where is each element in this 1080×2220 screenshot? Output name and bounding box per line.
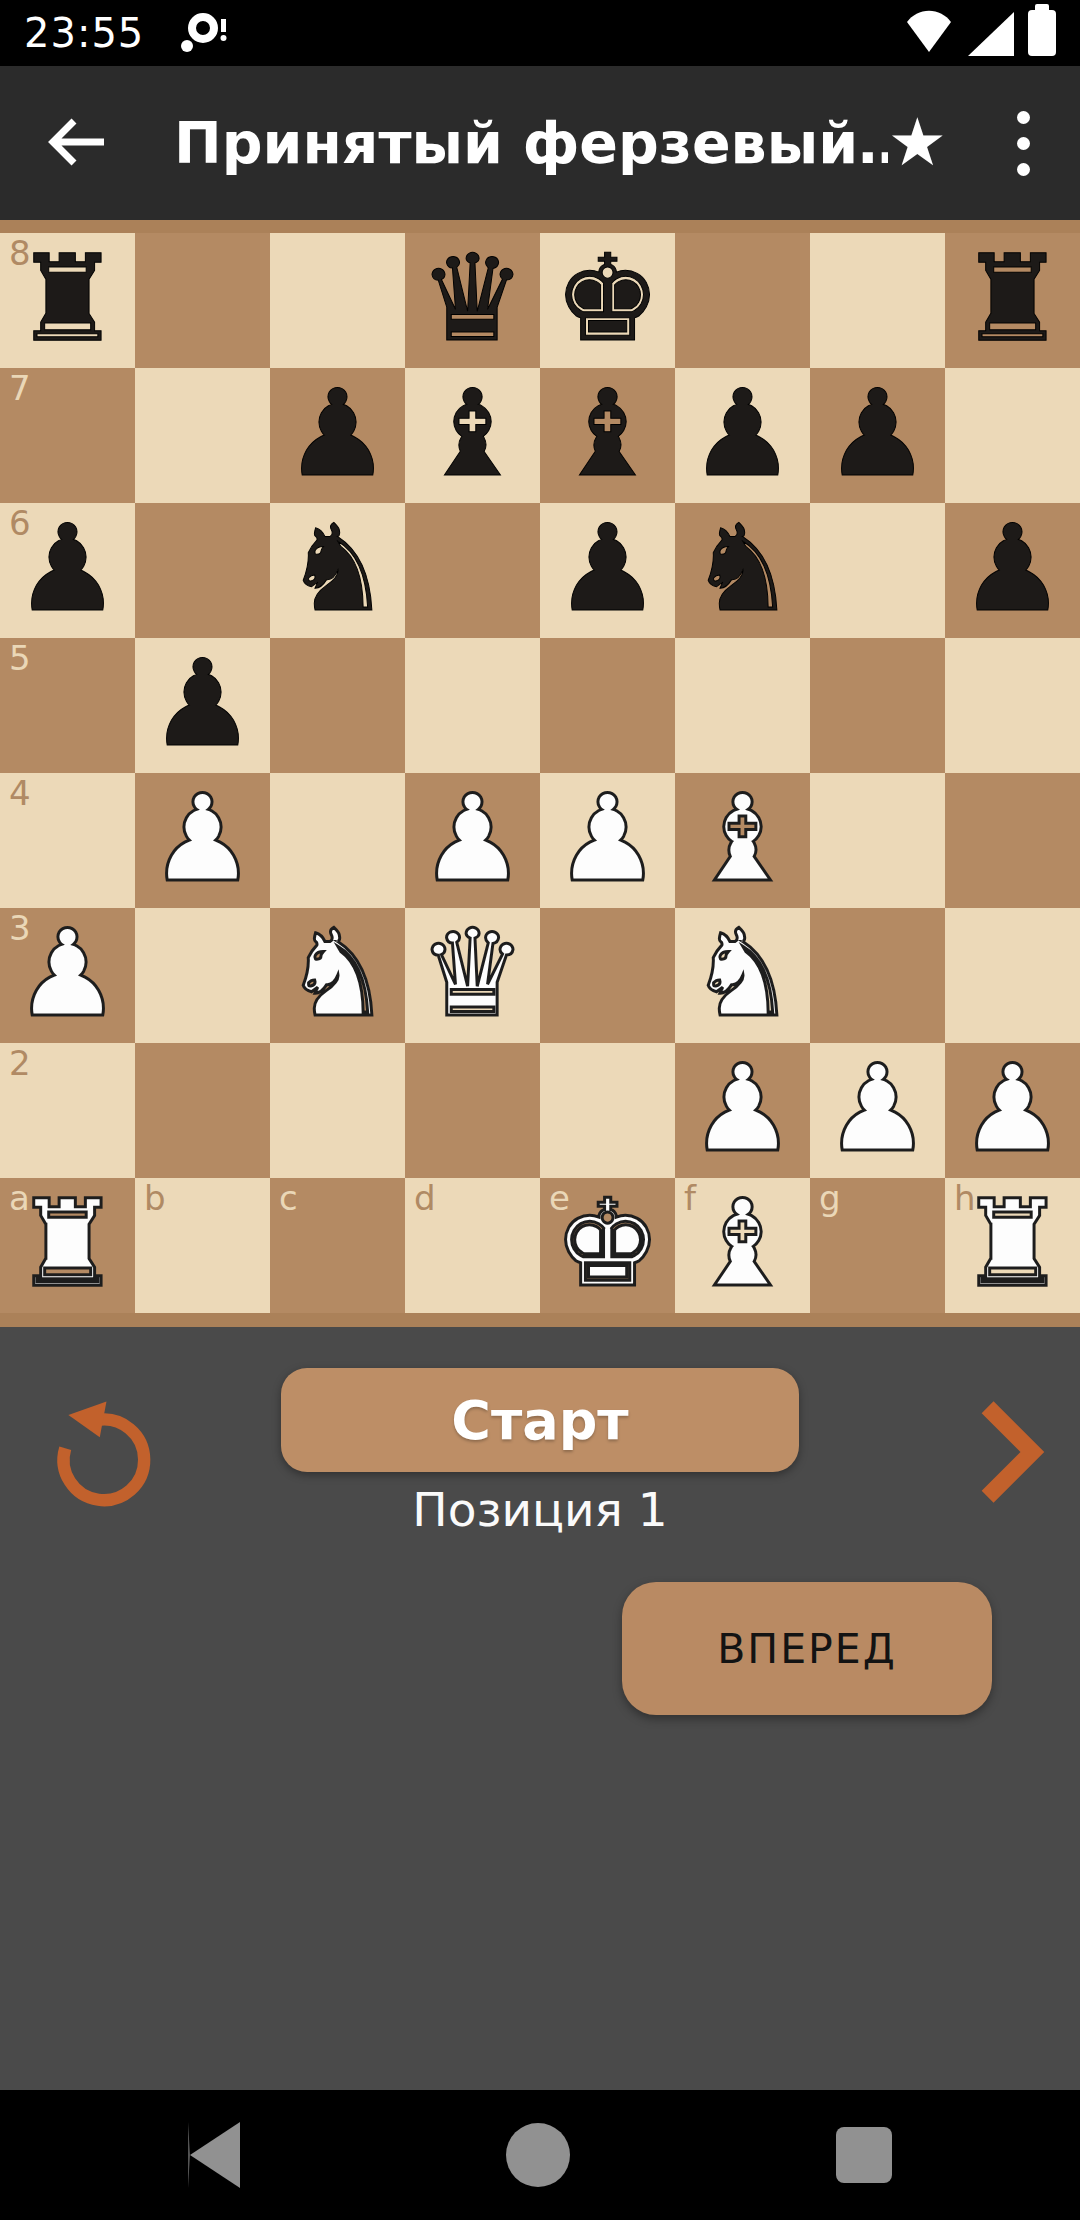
start-button[interactable]: Старт xyxy=(281,1368,799,1472)
square-d6[interactable] xyxy=(405,503,540,638)
square-d1[interactable]: d xyxy=(405,1178,540,1313)
coord-label-b: b xyxy=(144,1180,166,1217)
square-e3[interactable] xyxy=(540,908,675,1043)
clock: 23:55 xyxy=(24,10,144,56)
star-icon[interactable]: ★ xyxy=(888,110,947,176)
square-c6[interactable]: ♞ xyxy=(270,503,405,638)
coord-label-d: d xyxy=(414,1180,436,1217)
piece-white-knight: ♞ xyxy=(284,914,392,1034)
square-c2[interactable] xyxy=(270,1043,405,1178)
square-e1[interactable]: e♚ xyxy=(540,1178,675,1313)
piece-black-queen: ♛ xyxy=(419,239,527,359)
square-f5[interactable] xyxy=(675,638,810,773)
coord-label-7: 7 xyxy=(9,370,31,407)
square-b5[interactable]: ♟ xyxy=(135,638,270,773)
square-g7[interactable]: ♟ xyxy=(810,368,945,503)
square-b1[interactable]: b xyxy=(135,1178,270,1313)
battery-icon xyxy=(1028,10,1056,56)
recents-square-icon[interactable] xyxy=(836,2127,892,2183)
piece-black-bishop: ♝ xyxy=(419,374,527,494)
app-screen: 23:55 xyxy=(0,0,1080,2220)
square-b2[interactable] xyxy=(135,1043,270,1178)
status-icons xyxy=(904,8,1056,58)
coord-label-4: 4 xyxy=(9,775,31,812)
piece-white-pawn: ♟ xyxy=(689,1049,797,1169)
square-c7[interactable]: ♟ xyxy=(270,368,405,503)
square-e4[interactable]: ♟ xyxy=(540,773,675,908)
overflow-menu-icon[interactable] xyxy=(1011,105,1036,182)
chevron-right-icon xyxy=(970,1496,1050,1511)
square-c8[interactable] xyxy=(270,233,405,368)
square-g1[interactable]: g xyxy=(810,1178,945,1313)
square-b4[interactable]: ♟ xyxy=(135,773,270,908)
square-e7[interactable]: ♝ xyxy=(540,368,675,503)
square-g3[interactable] xyxy=(810,908,945,1043)
piece-black-pawn: ♟ xyxy=(149,644,257,764)
square-g6[interactable] xyxy=(810,503,945,638)
square-c5[interactable] xyxy=(270,638,405,773)
square-b3[interactable] xyxy=(135,908,270,1043)
piece-white-pawn: ♟ xyxy=(419,779,527,899)
position-label: Позиция 1 xyxy=(0,1482,1080,1537)
coord-label-2: 2 xyxy=(9,1045,31,1082)
square-h8[interactable]: ♜ xyxy=(945,233,1080,368)
home-circle-icon[interactable] xyxy=(506,2123,570,2187)
board-frame: 8♜♛♚♜7♟♝♝♟♟6♟♞♟♞♟5♟4♟♟♟♝3♟♞♛♞2♟♟♟a♜bcde♚… xyxy=(0,220,1080,1327)
coord-label-c: c xyxy=(279,1180,298,1217)
square-b8[interactable] xyxy=(135,233,270,368)
page-title: Принятый ферзевый… xyxy=(174,110,888,176)
square-e6[interactable]: ♟ xyxy=(540,503,675,638)
square-a4[interactable]: 4 xyxy=(0,773,135,908)
signal-icon xyxy=(968,12,1014,56)
square-a8[interactable]: 8♜ xyxy=(0,233,135,368)
square-f8[interactable] xyxy=(675,233,810,368)
square-h5[interactable] xyxy=(945,638,1080,773)
piece-white-queen: ♛ xyxy=(419,914,527,1034)
square-b6[interactable] xyxy=(135,503,270,638)
square-c1[interactable]: c xyxy=(270,1178,405,1313)
piece-white-rook: ♜ xyxy=(959,1184,1067,1304)
square-e2[interactable] xyxy=(540,1043,675,1178)
piece-black-bishop: ♝ xyxy=(554,374,662,494)
piece-black-pawn: ♟ xyxy=(554,509,662,629)
square-d3[interactable]: ♛ xyxy=(405,908,540,1043)
navigation-bar xyxy=(0,2090,1080,2220)
piece-white-bishop: ♝ xyxy=(689,779,797,899)
square-h2[interactable]: ♟ xyxy=(945,1043,1080,1178)
square-g5[interactable] xyxy=(810,638,945,773)
piece-black-knight: ♞ xyxy=(689,509,797,629)
back-triangle-icon[interactable] xyxy=(188,2122,240,2188)
piece-black-rook: ♜ xyxy=(14,239,122,359)
square-h6[interactable]: ♟ xyxy=(945,503,1080,638)
notification-icon xyxy=(180,9,236,57)
forward-button[interactable]: ВПЕРЕД xyxy=(622,1582,992,1715)
piece-white-pawn: ♟ xyxy=(149,779,257,899)
square-d8[interactable]: ♛ xyxy=(405,233,540,368)
coord-label-g: g xyxy=(819,1180,841,1217)
piece-white-pawn: ♟ xyxy=(959,1049,1067,1169)
square-e8[interactable]: ♚ xyxy=(540,233,675,368)
square-a7[interactable]: 7 xyxy=(0,368,135,503)
square-f1[interactable]: f♝ xyxy=(675,1178,810,1313)
wifi-icon xyxy=(904,8,954,58)
square-g2[interactable]: ♟ xyxy=(810,1043,945,1178)
square-f4[interactable]: ♝ xyxy=(675,773,810,908)
back-button[interactable] xyxy=(44,114,110,173)
next-button[interactable] xyxy=(970,1396,1050,1508)
piece-black-knight: ♞ xyxy=(284,509,392,629)
square-f6[interactable]: ♞ xyxy=(675,503,810,638)
piece-white-pawn: ♟ xyxy=(14,914,122,1034)
piece-black-king: ♚ xyxy=(554,239,662,359)
square-h1[interactable]: h♜ xyxy=(945,1178,1080,1313)
square-h4[interactable] xyxy=(945,773,1080,908)
square-h3[interactable] xyxy=(945,908,1080,1043)
square-d7[interactable]: ♝ xyxy=(405,368,540,503)
piece-white-king: ♚ xyxy=(554,1184,662,1304)
square-b7[interactable] xyxy=(135,368,270,503)
piece-white-pawn: ♟ xyxy=(554,779,662,899)
square-g8[interactable] xyxy=(810,233,945,368)
square-c3[interactable]: ♞ xyxy=(270,908,405,1043)
square-g4[interactable] xyxy=(810,773,945,908)
app-bar: Принятый ферзевый… ★ xyxy=(0,66,1080,220)
square-a5[interactable]: 5 xyxy=(0,638,135,773)
square-c4[interactable] xyxy=(270,773,405,908)
square-a2[interactable]: 2 xyxy=(0,1043,135,1178)
square-a3[interactable]: 3♟ xyxy=(0,908,135,1043)
square-d5[interactable] xyxy=(405,638,540,773)
chess-board: 8♜♛♚♜7♟♝♝♟♟6♟♞♟♞♟5♟4♟♟♟♝3♟♞♛♞2♟♟♟a♜bcde♚… xyxy=(0,233,1080,1313)
piece-black-rook: ♜ xyxy=(959,239,1067,359)
square-f7[interactable]: ♟ xyxy=(675,368,810,503)
piece-black-pawn: ♟ xyxy=(14,509,122,629)
square-f3[interactable]: ♞ xyxy=(675,908,810,1043)
square-d4[interactable]: ♟ xyxy=(405,773,540,908)
piece-white-pawn: ♟ xyxy=(824,1049,932,1169)
piece-white-rook: ♜ xyxy=(14,1184,122,1304)
piece-black-pawn: ♟ xyxy=(959,509,1067,629)
back-arrow-icon xyxy=(44,158,110,173)
coord-label-5: 5 xyxy=(9,640,31,677)
piece-black-pawn: ♟ xyxy=(284,374,392,494)
square-d2[interactable] xyxy=(405,1043,540,1178)
square-a1[interactable]: a♜ xyxy=(0,1178,135,1313)
square-e5[interactable] xyxy=(540,638,675,773)
piece-black-pawn: ♟ xyxy=(689,374,797,494)
square-h7[interactable] xyxy=(945,368,1080,503)
piece-black-pawn: ♟ xyxy=(824,374,932,494)
piece-white-bishop: ♝ xyxy=(689,1184,797,1304)
square-a6[interactable]: 6♟ xyxy=(0,503,135,638)
square-f2[interactable]: ♟ xyxy=(675,1043,810,1178)
status-bar: 23:55 xyxy=(0,0,1080,66)
piece-white-knight: ♞ xyxy=(689,914,797,1034)
